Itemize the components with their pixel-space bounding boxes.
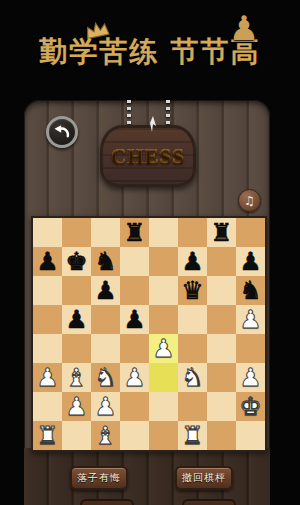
piece-black-pawn: ♟ [178,247,207,276]
square-a4[interactable] [33,334,62,363]
square-b3[interactable]: ♝ [62,363,91,392]
square-a7[interactable]: ♟ [33,247,62,276]
page-title: CHESS [111,144,185,169]
square-a8[interactable] [33,218,62,247]
square-h6[interactable]: ♞ [236,276,265,305]
music-button[interactable]: ♫ [238,189,261,212]
bottom-button-partial-right[interactable] [182,499,236,505]
back-button[interactable] [46,116,78,148]
square-d5[interactable]: ♟ [120,305,149,334]
piece-white-knight: ♞ [178,363,207,392]
bottom-button-partial-left[interactable] [80,499,134,505]
square-e1[interactable] [149,421,178,450]
square-a3[interactable]: ♟ [33,363,62,392]
undo-allowed-button[interactable]: 落子有悔 [70,466,128,490]
square-h4[interactable] [236,334,265,363]
square-g7[interactable] [207,247,236,276]
square-e6[interactable] [149,276,178,305]
back-arrow-icon [52,122,72,142]
square-c3[interactable]: ♞ [91,363,120,392]
square-e4[interactable]: ♟ [149,334,178,363]
piece-white-rook: ♜ [178,421,207,450]
square-c8[interactable] [91,218,120,247]
square-d6[interactable] [120,276,149,305]
piece-black-rook: ♜ [207,218,236,247]
piece-black-pawn: ♟ [33,247,62,276]
square-h3[interactable]: ♟ [236,363,265,392]
square-e8[interactable] [149,218,178,247]
square-f8[interactable] [178,218,207,247]
piece-black-knight: ♞ [236,276,265,305]
piece-black-pawn: ♟ [91,276,120,305]
piece-white-pawn: ♟ [62,392,91,421]
piece-white-pawn: ♟ [120,363,149,392]
square-d1[interactable] [120,421,149,450]
square-c1[interactable]: ♝ [91,421,120,450]
square-g2[interactable] [207,392,236,421]
lower-wood-panel [24,448,270,505]
square-b6[interactable] [62,276,91,305]
square-e7[interactable] [149,247,178,276]
square-e2[interactable] [149,392,178,421]
piece-black-knight: ♞ [91,247,120,276]
square-g8[interactable]: ♜ [207,218,236,247]
square-f1[interactable]: ♜ [178,421,207,450]
square-d3[interactable]: ♟ [120,363,149,392]
piece-black-pawn: ♟ [120,305,149,334]
app-window: CHESS ♫ ♜♜♟♚♞♟♟♟♛♞♟♟♟♟♟♝♞♟♞♟♟♟♚♜♝♜ 落子有悔 … [24,100,270,505]
piece-black-pawn: ♟ [62,305,91,334]
square-f2[interactable] [178,392,207,421]
chess-sign: CHESS [100,125,196,187]
piece-black-queen: ♛ [178,276,207,305]
square-g6[interactable] [207,276,236,305]
piece-white-pawn: ♟ [91,392,120,421]
piece-white-bishop: ♝ [91,421,120,450]
square-b5[interactable]: ♟ [62,305,91,334]
piece-black-king: ♚ [62,247,91,276]
square-g4[interactable] [207,334,236,363]
square-d8[interactable]: ♜ [120,218,149,247]
square-f5[interactable] [178,305,207,334]
piece-white-bishop: ♝ [62,363,91,392]
square-a6[interactable] [33,276,62,305]
square-h8[interactable] [236,218,265,247]
piece-white-pawn: ♟ [236,363,265,392]
piece-white-knight: ♞ [91,363,120,392]
retract-board-button[interactable]: 撤回棋枰 [175,466,233,490]
square-f3[interactable]: ♞ [178,363,207,392]
square-b4[interactable] [62,334,91,363]
square-b2[interactable]: ♟ [62,392,91,421]
square-e3[interactable] [149,363,178,392]
square-c7[interactable]: ♞ [91,247,120,276]
piece-white-king: ♚ [236,392,265,421]
square-d2[interactable] [120,392,149,421]
square-c6[interactable]: ♟ [91,276,120,305]
undo-allowed-label: 落子有悔 [77,471,121,485]
square-h2[interactable]: ♚ [236,392,265,421]
square-h7[interactable]: ♟ [236,247,265,276]
piece-black-rook: ♜ [120,218,149,247]
square-f7[interactable]: ♟ [178,247,207,276]
square-f4[interactable] [178,334,207,363]
chess-board: ♜♜♟♚♞♟♟♟♛♞♟♟♟♟♟♝♞♟♞♟♟♟♚♜♝♜ [31,216,267,452]
square-a2[interactable] [33,392,62,421]
square-b1[interactable] [62,421,91,450]
square-f6[interactable]: ♛ [178,276,207,305]
square-g5[interactable] [207,305,236,334]
retract-board-label: 撤回棋枰 [182,471,226,485]
square-c5[interactable] [91,305,120,334]
square-b7[interactable]: ♚ [62,247,91,276]
square-h5[interactable]: ♟ [236,305,265,334]
square-e5[interactable] [149,305,178,334]
square-g1[interactable] [207,421,236,450]
piece-white-rook: ♜ [33,421,62,450]
square-a5[interactable] [33,305,62,334]
piece-white-pawn: ♟ [33,363,62,392]
music-note-icon: ♫ [244,194,255,208]
piece-white-pawn: ♟ [149,334,178,363]
square-c4[interactable] [91,334,120,363]
square-c2[interactable]: ♟ [91,392,120,421]
piece-black-pawn: ♟ [236,247,265,276]
square-d7[interactable] [120,247,149,276]
sign-hook-icon [147,116,159,132]
square-g3[interactable] [207,363,236,392]
piece-white-pawn: ♟ [236,305,265,334]
square-h1[interactable] [236,421,265,450]
top-banner: 勤学苦练 节节高 ♟ [0,0,300,95]
pawn-icon: ♟ [228,8,260,48]
square-a1[interactable]: ♜ [33,421,62,450]
square-b8[interactable] [62,218,91,247]
square-d4[interactable] [120,334,149,363]
